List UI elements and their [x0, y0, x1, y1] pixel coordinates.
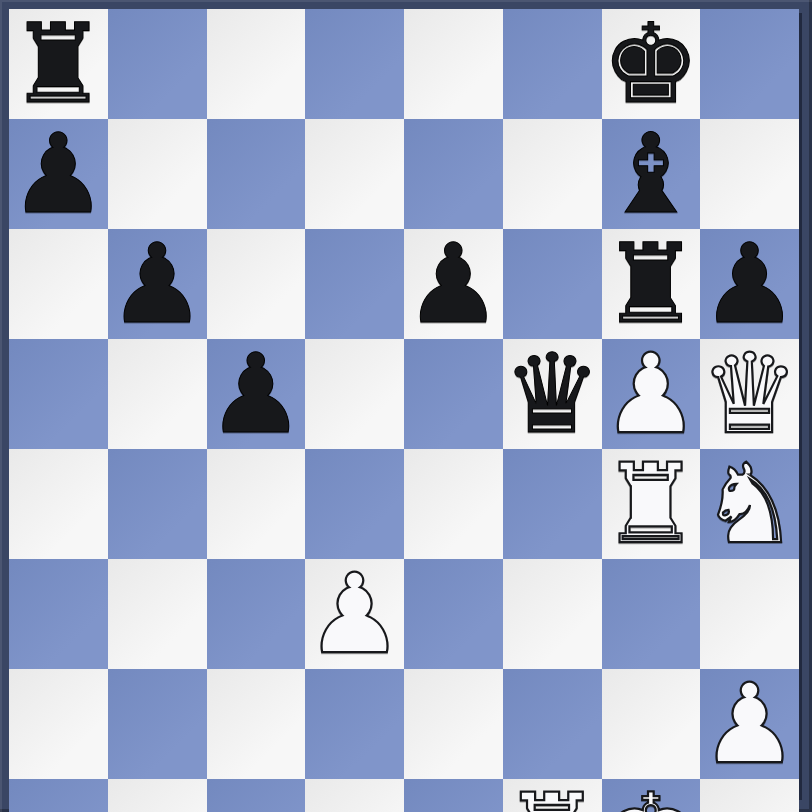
square-b4[interactable] [108, 449, 207, 559]
square-a1[interactable] [9, 779, 108, 812]
black-pawn-icon[interactable]: ♟ [700, 229, 799, 339]
square-f7[interactable] [503, 119, 602, 229]
square-g3[interactable] [602, 559, 701, 669]
square-h3[interactable] [700, 559, 799, 669]
square-a7[interactable]: ♟ [9, 119, 108, 229]
black-king-icon[interactable]: ♚ [602, 9, 701, 119]
square-e6[interactable]: ♟ [404, 229, 503, 339]
black-rook-icon[interactable]: ♜ [602, 229, 701, 339]
square-f1[interactable]: ♜ [503, 779, 602, 812]
square-a3[interactable] [9, 559, 108, 669]
black-pawn-icon[interactable]: ♟ [108, 229, 207, 339]
square-d6[interactable] [305, 229, 404, 339]
square-c8[interactable] [207, 9, 306, 119]
square-f5[interactable]: ♛ [503, 339, 602, 449]
square-f6[interactable] [503, 229, 602, 339]
square-a5[interactable] [9, 339, 108, 449]
square-d1[interactable] [305, 779, 404, 812]
square-e2[interactable] [404, 669, 503, 779]
square-h2[interactable]: ♟ [700, 669, 799, 779]
square-f2[interactable] [503, 669, 602, 779]
square-g5[interactable]: ♟ [602, 339, 701, 449]
square-h5[interactable]: ♛ [700, 339, 799, 449]
white-knight-icon[interactable]: ♞ [700, 449, 799, 559]
black-pawn-icon[interactable]: ♟ [404, 229, 503, 339]
white-rook-icon[interactable]: ♜ [602, 449, 701, 559]
square-e4[interactable] [404, 449, 503, 559]
square-d2[interactable] [305, 669, 404, 779]
square-a8[interactable]: ♜ [9, 9, 108, 119]
square-a4[interactable] [9, 449, 108, 559]
chess-board: ♜♚♟♝♟♟♜♟♟♛♟♛♜♞♟♟♜♚ [9, 9, 799, 796]
square-e5[interactable] [404, 339, 503, 449]
black-rook-icon[interactable]: ♜ [9, 9, 108, 119]
square-c1[interactable] [207, 779, 306, 812]
black-bishop-icon[interactable]: ♝ [602, 119, 701, 229]
square-c2[interactable] [207, 669, 306, 779]
square-c5[interactable]: ♟ [207, 339, 306, 449]
white-queen-icon[interactable]: ♛ [700, 339, 799, 449]
square-d8[interactable] [305, 9, 404, 119]
white-pawn-icon[interactable]: ♟ [700, 669, 799, 779]
square-f8[interactable] [503, 9, 602, 119]
square-b5[interactable] [108, 339, 207, 449]
square-e3[interactable] [404, 559, 503, 669]
square-d3[interactable]: ♟ [305, 559, 404, 669]
square-c7[interactable] [207, 119, 306, 229]
black-pawn-icon[interactable]: ♟ [9, 119, 108, 229]
square-h6[interactable]: ♟ [700, 229, 799, 339]
square-b6[interactable]: ♟ [108, 229, 207, 339]
square-c6[interactable] [207, 229, 306, 339]
square-g4[interactable]: ♜ [602, 449, 701, 559]
square-g7[interactable]: ♝ [602, 119, 701, 229]
square-f3[interactable] [503, 559, 602, 669]
square-f4[interactable] [503, 449, 602, 559]
square-b2[interactable] [108, 669, 207, 779]
square-b1[interactable] [108, 779, 207, 812]
square-d4[interactable] [305, 449, 404, 559]
chess-board-frame: ♜♚♟♝♟♟♜♟♟♛♟♛♜♞♟♟♜♚ [0, 0, 812, 812]
black-pawn-icon[interactable]: ♟ [207, 339, 306, 449]
square-g2[interactable] [602, 669, 701, 779]
black-queen-icon[interactable]: ♛ [503, 339, 602, 449]
white-pawn-icon[interactable]: ♟ [305, 559, 404, 669]
square-e8[interactable] [404, 9, 503, 119]
square-g8[interactable]: ♚ [602, 9, 701, 119]
square-e7[interactable] [404, 119, 503, 229]
square-h8[interactable] [700, 9, 799, 119]
square-b7[interactable] [108, 119, 207, 229]
square-g6[interactable]: ♜ [602, 229, 701, 339]
square-a2[interactable] [9, 669, 108, 779]
white-pawn-icon[interactable]: ♟ [602, 339, 701, 449]
square-b8[interactable] [108, 9, 207, 119]
square-h7[interactable] [700, 119, 799, 229]
square-e1[interactable] [404, 779, 503, 812]
white-king-icon[interactable]: ♚ [602, 779, 701, 812]
square-d5[interactable] [305, 339, 404, 449]
square-d7[interactable] [305, 119, 404, 229]
white-rook-icon[interactable]: ♜ [503, 779, 602, 812]
square-c4[interactable] [207, 449, 306, 559]
square-a6[interactable] [9, 229, 108, 339]
square-b3[interactable] [108, 559, 207, 669]
square-g1[interactable]: ♚ [602, 779, 701, 812]
square-c3[interactable] [207, 559, 306, 669]
square-h4[interactable]: ♞ [700, 449, 799, 559]
